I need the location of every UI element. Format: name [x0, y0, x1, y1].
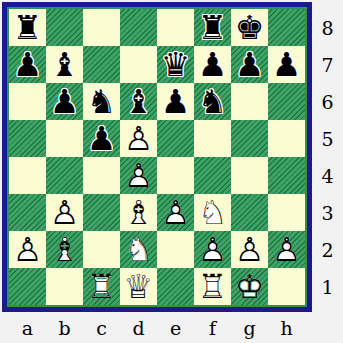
- black-piece-glyph: ♝: [120, 83, 157, 120]
- white-piece-outline-glyph: ♙: [46, 194, 83, 231]
- black-bishop[interactable]: ♝: [120, 83, 157, 120]
- white-piece-outline-glyph: ♙: [9, 231, 46, 268]
- square-a4[interactable]: [9, 157, 46, 194]
- square-h8[interactable]: [268, 9, 305, 46]
- white-piece-outline-glyph: ♘: [194, 194, 231, 231]
- rank-label-8: 8: [312, 9, 343, 46]
- rank-label-5: 5: [312, 120, 343, 157]
- chess-board[interactable]: ♜♜♚♟♝♛♟♟♟♟♞♝♟♞♟♟♙♟♙♟♙♝♗♟♙♞♘♟♙♝♗♞♘♟♙♟♙♟♙♜…: [9, 9, 305, 305]
- file-label-a: a: [9, 312, 46, 343]
- rank-labels: 87654321: [312, 9, 343, 305]
- black-piece-glyph: ♞: [194, 83, 231, 120]
- square-g1[interactable]: ♚♔: [231, 268, 268, 305]
- square-d7[interactable]: [120, 46, 157, 83]
- white-rook[interactable]: ♜♖: [83, 268, 120, 305]
- white-pawn[interactable]: ♟♙: [231, 231, 268, 268]
- black-pawn[interactable]: ♟: [194, 46, 231, 83]
- black-knight[interactable]: ♞: [83, 83, 120, 120]
- white-piece-outline-glyph: ♙: [268, 231, 305, 268]
- square-b5[interactable]: [46, 120, 83, 157]
- black-pawn[interactable]: ♟: [83, 120, 120, 157]
- white-pawn[interactable]: ♟♙: [46, 194, 83, 231]
- square-e5[interactable]: [157, 120, 194, 157]
- black-piece-glyph: ♟: [9, 46, 46, 83]
- file-label-f: f: [194, 312, 231, 343]
- square-h4[interactable]: [268, 157, 305, 194]
- file-label-c: c: [83, 312, 120, 343]
- square-a2[interactable]: ♟♙: [9, 231, 46, 268]
- black-piece-glyph: ♜: [9, 9, 46, 46]
- white-piece-outline-glyph: ♙: [120, 157, 157, 194]
- square-g4[interactable]: [231, 157, 268, 194]
- square-g6[interactable]: [231, 83, 268, 120]
- square-c8[interactable]: [83, 9, 120, 46]
- square-e1[interactable]: [157, 268, 194, 305]
- square-d2[interactable]: ♞♘: [120, 231, 157, 268]
- white-bishop[interactable]: ♝♗: [120, 194, 157, 231]
- white-piece-outline-glyph: ♕: [120, 268, 157, 305]
- rank-label-4: 4: [312, 157, 343, 194]
- square-h2[interactable]: ♟♙: [268, 231, 305, 268]
- square-d5[interactable]: ♟♙: [120, 120, 157, 157]
- black-piece-glyph: ♟: [46, 83, 83, 120]
- square-c6[interactable]: ♞: [83, 83, 120, 120]
- white-piece-outline-glyph: ♙: [120, 120, 157, 157]
- square-e8[interactable]: [157, 9, 194, 46]
- square-b6[interactable]: ♟: [46, 83, 83, 120]
- square-g8[interactable]: ♚: [231, 9, 268, 46]
- rank-label-7: 7: [312, 46, 343, 83]
- white-pawn[interactable]: ♟♙: [268, 231, 305, 268]
- black-rook[interactable]: ♜: [194, 9, 231, 46]
- black-piece-glyph: ♚: [231, 9, 268, 46]
- white-piece-outline-glyph: ♙: [157, 194, 194, 231]
- square-e2[interactable]: [157, 231, 194, 268]
- white-queen[interactable]: ♛♕: [120, 268, 157, 305]
- black-knight[interactable]: ♞: [194, 83, 231, 120]
- square-a3[interactable]: [9, 194, 46, 231]
- file-label-e: e: [157, 312, 194, 343]
- black-pawn[interactable]: ♟: [157, 83, 194, 120]
- square-b4[interactable]: [46, 157, 83, 194]
- square-e7[interactable]: ♛: [157, 46, 194, 83]
- black-piece-glyph: ♝: [46, 46, 83, 83]
- white-knight[interactable]: ♞♘: [120, 231, 157, 268]
- square-g3[interactable]: [231, 194, 268, 231]
- black-piece-glyph: ♟: [83, 120, 120, 157]
- square-h6[interactable]: [268, 83, 305, 120]
- white-bishop[interactable]: ♝♗: [46, 231, 83, 268]
- board-frame: ♜♜♚♟♝♛♟♟♟♟♞♝♟♞♟♟♙♟♙♟♙♝♗♟♙♞♘♟♙♝♗♞♘♟♙♟♙♟♙♜…: [2, 2, 312, 312]
- square-a1[interactable]: [9, 268, 46, 305]
- rank-label-1: 1: [312, 268, 343, 305]
- square-a5[interactable]: [9, 120, 46, 157]
- square-c4[interactable]: [83, 157, 120, 194]
- white-piece-outline-glyph: ♗: [120, 194, 157, 231]
- file-label-d: d: [120, 312, 157, 343]
- square-h5[interactable]: [268, 120, 305, 157]
- rank-label-2: 2: [312, 231, 343, 268]
- square-h3[interactable]: [268, 194, 305, 231]
- black-piece-glyph: ♟: [231, 46, 268, 83]
- black-rook[interactable]: ♜: [9, 9, 46, 46]
- square-g5[interactable]: [231, 120, 268, 157]
- black-piece-glyph: ♜: [194, 9, 231, 46]
- white-piece-outline-glyph: ♔: [231, 268, 268, 305]
- black-king[interactable]: ♚: [231, 9, 268, 46]
- square-f1[interactable]: ♜♖: [194, 268, 231, 305]
- square-b8[interactable]: [46, 9, 83, 46]
- square-f8[interactable]: ♜: [194, 9, 231, 46]
- square-d3[interactable]: ♝♗: [120, 194, 157, 231]
- square-c1[interactable]: ♜♖: [83, 268, 120, 305]
- board-inner-border: ♜♜♚♟♝♛♟♟♟♟♞♝♟♞♟♟♙♟♙♟♙♝♗♟♙♞♘♟♙♝♗♞♘♟♙♟♙♟♙♜…: [7, 7, 307, 307]
- square-f2[interactable]: ♟♙: [194, 231, 231, 268]
- file-labels: abcdefgh: [9, 312, 305, 343]
- black-piece-glyph: ♞: [83, 83, 120, 120]
- black-piece-glyph: ♛: [157, 46, 194, 83]
- white-piece-outline-glyph: ♗: [46, 231, 83, 268]
- square-c7[interactable]: [83, 46, 120, 83]
- file-label-b: b: [46, 312, 83, 343]
- white-pawn[interactable]: ♟♙: [157, 194, 194, 231]
- square-e3[interactable]: ♟♙: [157, 194, 194, 231]
- square-c3[interactable]: [83, 194, 120, 231]
- square-d8[interactable]: [120, 9, 157, 46]
- square-a7[interactable]: ♟: [9, 46, 46, 83]
- square-d6[interactable]: ♝: [120, 83, 157, 120]
- square-f4[interactable]: [194, 157, 231, 194]
- white-pawn[interactable]: ♟♙: [194, 231, 231, 268]
- square-b7[interactable]: ♝: [46, 46, 83, 83]
- square-h7[interactable]: ♟: [268, 46, 305, 83]
- white-king[interactable]: ♚♔: [231, 268, 268, 305]
- rank-label-6: 6: [312, 83, 343, 120]
- black-piece-glyph: ♟: [157, 83, 194, 120]
- black-queen[interactable]: ♛: [157, 46, 194, 83]
- square-b3[interactable]: ♟♙: [46, 194, 83, 231]
- square-f5[interactable]: [194, 120, 231, 157]
- square-e4[interactable]: [157, 157, 194, 194]
- square-a6[interactable]: [9, 83, 46, 120]
- white-piece-outline-glyph: ♙: [231, 231, 268, 268]
- square-f6[interactable]: ♞: [194, 83, 231, 120]
- square-f7[interactable]: ♟: [194, 46, 231, 83]
- square-a8[interactable]: ♜: [9, 9, 46, 46]
- square-f3[interactable]: ♞♘: [194, 194, 231, 231]
- white-piece-outline-glyph: ♖: [194, 268, 231, 305]
- square-g2[interactable]: ♟♙: [231, 231, 268, 268]
- white-pawn[interactable]: ♟♙: [120, 120, 157, 157]
- black-piece-glyph: ♟: [268, 46, 305, 83]
- white-piece-outline-glyph: ♙: [194, 231, 231, 268]
- white-piece-outline-glyph: ♘: [120, 231, 157, 268]
- black-pawn[interactable]: ♟: [268, 46, 305, 83]
- white-piece-outline-glyph: ♖: [83, 268, 120, 305]
- white-pawn[interactable]: ♟♙: [120, 157, 157, 194]
- white-knight[interactable]: ♞♘: [194, 194, 231, 231]
- square-h1[interactable]: [268, 268, 305, 305]
- black-piece-glyph: ♟: [194, 46, 231, 83]
- square-b1[interactable]: [46, 268, 83, 305]
- file-label-g: g: [231, 312, 268, 343]
- square-g7[interactable]: ♟: [231, 46, 268, 83]
- square-d4[interactable]: ♟♙: [120, 157, 157, 194]
- rank-label-3: 3: [312, 194, 343, 231]
- square-c2[interactable]: [83, 231, 120, 268]
- square-c5[interactable]: ♟: [83, 120, 120, 157]
- black-pawn[interactable]: ♟: [231, 46, 268, 83]
- square-e6[interactable]: ♟: [157, 83, 194, 120]
- black-pawn[interactable]: ♟: [9, 46, 46, 83]
- square-b2[interactable]: ♝♗: [46, 231, 83, 268]
- white-pawn[interactable]: ♟♙: [9, 231, 46, 268]
- white-rook[interactable]: ♜♖: [194, 268, 231, 305]
- file-label-h: h: [268, 312, 305, 343]
- page-background: { "game": "chess", "position": { "fen": …: [0, 0, 343, 343]
- black-bishop[interactable]: ♝: [46, 46, 83, 83]
- square-d1[interactable]: ♛♕: [120, 268, 157, 305]
- black-pawn[interactable]: ♟: [46, 83, 83, 120]
